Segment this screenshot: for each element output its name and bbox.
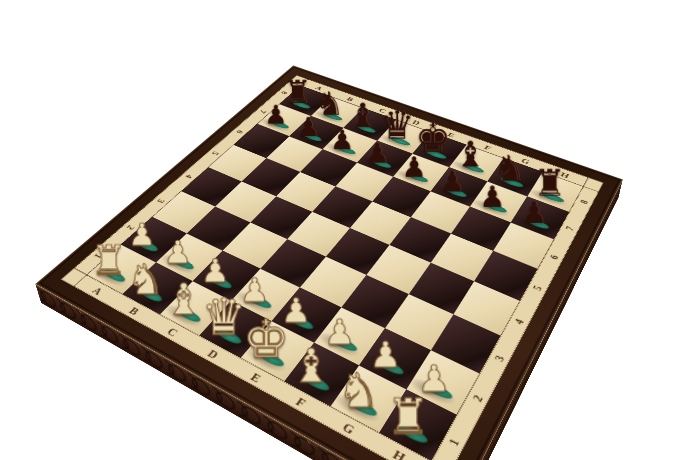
- photo-canvas: ABCDEFGH 87654321 ♜♞♝♛♚♝♞♜♟♟♟♟♟♟♟♟♟♟♟♟♟♟…: [0, 0, 700, 460]
- piece-white-rook[interactable]: ♜: [378, 392, 437, 441]
- piece-black-pawn[interactable]: ♟: [470, 182, 515, 211]
- chess-board: ABCDEFGH 87654321 ♜♞♝♛♚♝♞♜♟♟♟♟♟♟♟♟♟♟♟♟♟♟…: [35, 66, 623, 460]
- board-top-face: ABCDEFGH 87654321 ♜♞♝♛♚♝♞♜♟♟♟♟♟♟♟♟♟♟♟♟♟♟…: [35, 66, 623, 460]
- squares-grid: ♜♞♝♛♚♝♞♜♟♟♟♟♟♟♟♟♟♟♟♟♟♟♟♟♜♞♝♛♚♝♞♜: [87, 86, 583, 460]
- piece-black-pawn[interactable]: ♟: [392, 153, 435, 181]
- board-scene: ABCDEFGH 87654321 ♜♞♝♛♚♝♞♜♟♟♟♟♟♟♟♟♟♟♟♟♟♟…: [0, 0, 700, 460]
- piece-black-pawn[interactable]: ♟: [430, 167, 474, 196]
